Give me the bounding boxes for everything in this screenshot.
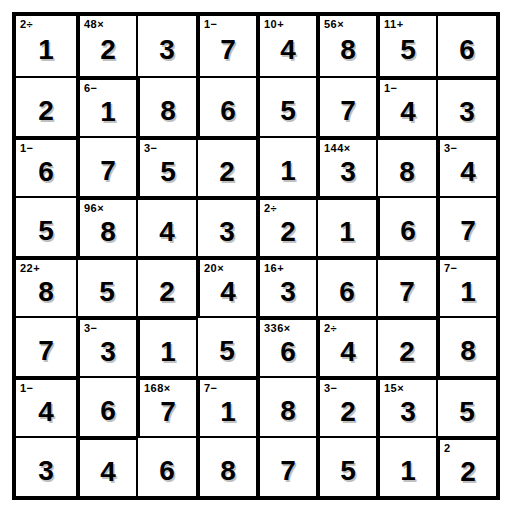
cage-clue: 1− — [384, 82, 398, 94]
cage-clue: 3− — [444, 142, 458, 154]
cell-r3c6[interactable]: 144×3 — [316, 136, 376, 196]
cell-r2c1[interactable]: 2 — [16, 76, 76, 136]
cell-r1c2[interactable]: 48×2 — [76, 16, 136, 76]
cell-r6c7[interactable]: 2 — [376, 316, 436, 376]
cell-r6c1[interactable]: 7 — [16, 316, 76, 376]
cell-digit: 1 — [280, 157, 296, 185]
cell-r7c2[interactable]: 6 — [76, 376, 136, 436]
cell-digit: 2 — [460, 458, 476, 486]
cell-r2c6[interactable]: 7 — [316, 76, 376, 136]
cage-clue: 1− — [204, 18, 218, 30]
cell-r4c2[interactable]: 96×8 — [76, 196, 136, 256]
cell-digit: 2 — [340, 398, 356, 426]
cell-digit: 7 — [100, 157, 116, 185]
cell-digit: 7 — [399, 278, 415, 306]
cell-r2c8[interactable]: 3 — [436, 76, 496, 136]
cell-digit: 5 — [160, 158, 176, 186]
cell-digit: 2 — [399, 338, 415, 366]
cell-r2c5[interactable]: 5 — [256, 76, 316, 136]
cage-clue: 3− — [84, 322, 98, 334]
cell-r6c8[interactable]: 8 — [436, 316, 496, 376]
cell-r1c5[interactable]: 10+4 — [256, 16, 316, 76]
cell-r1c4[interactable]: 1−7 — [196, 16, 256, 76]
cell-digit: 1 — [100, 98, 116, 126]
cage-clue: 336× — [264, 322, 291, 334]
cell-r1c6[interactable]: 56×8 — [316, 16, 376, 76]
cell-r8c5[interactable]: 7 — [256, 436, 316, 496]
cell-r8c6[interactable]: 5 — [316, 436, 376, 496]
cell-digit: 4 — [220, 278, 236, 306]
cage-clue: 7− — [444, 262, 458, 274]
cell-digit: 6 — [400, 217, 416, 245]
cell-digit: 4 — [460, 158, 476, 186]
cell-r7c1[interactable]: 1−4 — [16, 376, 76, 436]
cell-digit: 3 — [159, 36, 175, 64]
cage-clue: 2÷ — [20, 18, 33, 30]
puzzle-page: 2÷148×231−710+456×811+5626−186571−431−67… — [0, 0, 512, 512]
cage-clue: 7− — [204, 382, 218, 394]
cell-r6c5[interactable]: 336×6 — [256, 316, 316, 376]
cell-r7c6[interactable]: 3−2 — [316, 376, 376, 436]
cell-r4c3[interactable]: 4 — [136, 196, 196, 256]
cell-r3c7[interactable]: 8 — [376, 136, 436, 196]
cell-digit: 7 — [280, 457, 296, 485]
cell-digit: 1 — [38, 36, 54, 64]
cell-digit: 4 — [280, 36, 296, 64]
cell-r7c7[interactable]: 15×3 — [376, 376, 436, 436]
cell-r7c4[interactable]: 7−1 — [196, 376, 256, 436]
cell-digit: 7 — [340, 97, 356, 125]
cell-digit: 6 — [220, 97, 236, 125]
cell-digit: 8 — [399, 158, 415, 186]
cell-digit: 1 — [400, 457, 416, 485]
cell-r4c8[interactable]: 7 — [436, 196, 496, 256]
cell-digit: 7 — [460, 217, 476, 245]
cell-r3c8[interactable]: 3−4 — [436, 136, 496, 196]
cell-r8c7[interactable]: 1 — [376, 436, 436, 496]
cell-digit: 8 — [38, 278, 54, 306]
cell-digit: 5 — [219, 337, 235, 365]
cell-digit: 8 — [280, 397, 296, 425]
cage-clue: 2÷ — [324, 322, 337, 334]
kenken-board: 2÷148×231−710+456×811+5626−186571−431−67… — [12, 12, 500, 500]
cell-r5c6[interactable]: 6 — [316, 256, 376, 316]
cell-digit: 6 — [100, 397, 116, 425]
cell-r8c2[interactable]: 4 — [76, 436, 136, 496]
cell-digit: 6 — [38, 158, 54, 186]
cell-digit: 5 — [459, 398, 475, 426]
cell-r3c3[interactable]: 3−5 — [136, 136, 196, 196]
cell-digit: 1 — [160, 338, 176, 366]
cell-digit: 5 — [400, 36, 416, 64]
cage-clue: 6− — [84, 82, 98, 94]
cell-r3c2[interactable]: 7 — [76, 136, 136, 196]
cell-r8c8[interactable]: 22 — [436, 436, 496, 496]
cage-clue: 1− — [20, 382, 34, 394]
cell-digit: 4 — [340, 338, 356, 366]
cage-clue: 168× — [144, 382, 171, 394]
cell-r5c8[interactable]: 7−1 — [436, 256, 496, 316]
cage-clue: 56× — [324, 18, 344, 30]
cell-r2c7[interactable]: 1−4 — [376, 76, 436, 136]
cage-clue: 10+ — [264, 18, 284, 30]
cell-r6c6[interactable]: 2÷4 — [316, 316, 376, 376]
cell-digit: 2 — [159, 278, 175, 306]
cell-digit: 5 — [340, 457, 356, 485]
cage-clue: 2 — [444, 442, 451, 454]
cell-r4c4[interactable]: 3 — [196, 196, 256, 256]
cell-digit: 5 — [280, 97, 296, 125]
cell-digit: 8 — [340, 36, 356, 64]
cell-r2c4[interactable]: 6 — [196, 76, 256, 136]
cell-r5c2[interactable]: 5 — [76, 256, 136, 316]
cell-digit: 4 — [159, 218, 175, 246]
cage-clue: 22+ — [20, 262, 40, 274]
cell-digit: 3 — [400, 398, 416, 426]
cell-digit: 3 — [38, 457, 54, 485]
cell-r5c3[interactable]: 2 — [136, 256, 196, 316]
cell-r5c4[interactable]: 20×4 — [196, 256, 256, 316]
cell-digit: 3 — [100, 338, 116, 366]
cell-r4c6[interactable]: 1 — [316, 196, 376, 256]
cell-r5c5[interactable]: 16+3 — [256, 256, 316, 316]
cell-digit: 3 — [219, 218, 235, 246]
cage-clue: 16+ — [264, 262, 284, 274]
cage-clue: 15× — [384, 382, 404, 394]
cell-digit: 1 — [339, 218, 355, 246]
cage-clue: 11+ — [384, 18, 404, 30]
cell-digit: 6 — [159, 457, 175, 485]
cell-r8c3[interactable]: 6 — [136, 436, 196, 496]
cell-r4c5[interactable]: 2÷2 — [256, 196, 316, 256]
cell-digit: 3 — [280, 278, 296, 306]
cell-r8c4[interactable]: 8 — [196, 436, 256, 496]
cell-r7c3[interactable]: 168×7 — [136, 376, 196, 436]
cell-digit: 3 — [459, 98, 475, 126]
cell-digit: 2 — [219, 158, 235, 186]
cell-digit: 4 — [38, 398, 54, 426]
cell-digit: 1 — [460, 278, 476, 306]
cell-digit: 6 — [280, 338, 296, 366]
cell-digit: 8 — [100, 218, 116, 246]
cage-clue: 3− — [324, 382, 338, 394]
cell-digit: 7 — [220, 36, 236, 64]
cell-digit: 7 — [160, 398, 176, 426]
cage-clue: 3− — [144, 142, 158, 154]
cell-digit: 4 — [400, 98, 416, 126]
cell-r8c1[interactable]: 3 — [16, 436, 76, 496]
cell-digit: 5 — [99, 278, 115, 306]
cell-digit: 2 — [280, 218, 296, 246]
cell-digit: 3 — [340, 158, 356, 186]
cage-clue: 144× — [324, 142, 351, 154]
cell-r7c8[interactable]: 5 — [436, 376, 496, 436]
cell-r1c1[interactable]: 2÷1 — [16, 16, 76, 76]
cell-r3c5[interactable]: 1 — [256, 136, 316, 196]
cell-digit: 6 — [459, 36, 475, 64]
cell-r3c1[interactable]: 1−6 — [16, 136, 76, 196]
cage-clue: 96× — [84, 202, 104, 214]
cage-clue: 20× — [204, 262, 224, 274]
cell-r3c4[interactable]: 2 — [196, 136, 256, 196]
cell-r4c1[interactable]: 5 — [16, 196, 76, 256]
cell-r6c2[interactable]: 3−3 — [76, 316, 136, 376]
cell-r5c1[interactable]: 22+8 — [16, 256, 76, 316]
cell-digit: 8 — [160, 97, 176, 125]
cell-digit: 2 — [38, 97, 54, 125]
cell-r1c7[interactable]: 11+5 — [376, 16, 436, 76]
cell-r6c4[interactable]: 5 — [196, 316, 256, 376]
cage-clue: 48× — [84, 18, 104, 30]
cell-digit: 7 — [38, 337, 54, 365]
cell-digit: 5 — [38, 217, 54, 245]
cell-digit: 8 — [220, 457, 236, 485]
cell-digit: 6 — [339, 278, 355, 306]
cage-clue: 2÷ — [264, 202, 277, 214]
cage-clue: 1− — [20, 142, 34, 154]
cell-r2c2[interactable]: 6−1 — [76, 76, 136, 136]
cell-r5c7[interactable]: 7 — [376, 256, 436, 316]
cell-r2c3[interactable]: 8 — [136, 76, 196, 136]
cell-digit: 1 — [220, 398, 236, 426]
cell-r7c5[interactable]: 8 — [256, 376, 316, 436]
cell-digit: 8 — [460, 337, 476, 365]
cell-digit: 4 — [100, 458, 116, 486]
cell-r1c3[interactable]: 3 — [136, 16, 196, 76]
cell-r1c8[interactable]: 6 — [436, 16, 496, 76]
cell-r6c3[interactable]: 1 — [136, 316, 196, 376]
cell-digit: 2 — [100, 36, 116, 64]
cell-r4c7[interactable]: 6 — [376, 196, 436, 256]
